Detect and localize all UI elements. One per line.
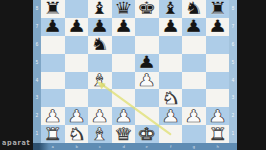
coord-label-5: 5: [35, 58, 39, 67]
coord-label-b: b: [71, 145, 82, 148]
square-g4: [182, 72, 206, 90]
video-frame[interactable]: 87654321 ♜♝♛♚♝♞♜♟♟♟♟♟♟♟♞♟♝♟♞♟♟♟♟♟♟♟♜♞♝♛♚…: [0, 0, 266, 150]
white-pawn-a2: ♟: [43, 107, 62, 124]
coord-label-f: f: [165, 145, 176, 148]
square-b5: [65, 54, 89, 72]
white-rook-h1: ♜: [208, 125, 227, 142]
white-pawn-b2: ♟: [67, 107, 86, 124]
square-g5: [182, 54, 206, 72]
coord-label-1: 1: [231, 130, 235, 139]
coord-label-c: c: [94, 145, 105, 148]
white-bishop-c1: ♝: [90, 125, 109, 142]
black-queen-d8: ♛: [114, 0, 133, 17]
coord-label-3: 3: [35, 94, 39, 103]
coord-label-7: 7: [35, 22, 39, 31]
white-bishop-c4: ♝: [90, 71, 109, 88]
black-bishop-c8: ♝: [90, 0, 109, 17]
square-a6: [41, 36, 65, 54]
coord-label-4: 4: [231, 76, 235, 85]
coord-label-2: 2: [231, 112, 235, 121]
square-e1: ♚: [135, 125, 159, 143]
black-pawn-f7: ♟: [161, 18, 180, 35]
square-d6: [112, 36, 136, 54]
square-f6: [159, 36, 183, 54]
coord-label-8: 8: [35, 4, 39, 13]
black-rook-h8: ♜: [208, 0, 227, 17]
square-c1: ♝: [88, 125, 112, 143]
square-f5: [159, 54, 183, 72]
square-b6: [65, 36, 89, 54]
square-h1: ♜: [206, 125, 230, 143]
board-grid: ♜♝♛♚♝♞♜♟♟♟♟♟♟♟♞♟♝♟♞♟♟♟♟♟♟♟♜♞♝♛♚♜: [41, 0, 229, 143]
square-a4: [41, 72, 65, 90]
square-e7: [135, 18, 159, 36]
coord-label-e: e: [141, 145, 152, 148]
square-b4: [65, 72, 89, 90]
coord-label-2: 2: [35, 112, 39, 121]
white-pawn-c2: ♟: [90, 107, 109, 124]
coord-label-g: g: [188, 145, 199, 148]
square-h7: ♟: [206, 18, 230, 36]
square-f7: ♟: [159, 18, 183, 36]
white-pawn-e4: ♟: [137, 71, 156, 88]
coord-label-1: 1: [35, 130, 39, 139]
coord-label-6: 6: [35, 40, 39, 49]
square-e8: ♚: [135, 0, 159, 18]
square-h4: [206, 72, 230, 90]
square-g7: ♟: [182, 18, 206, 36]
file-labels: abcdefgh: [33, 143, 237, 150]
coord-label-d: d: [118, 145, 129, 148]
coord-label-6: 6: [231, 40, 235, 49]
white-pawn-h2: ♟: [208, 107, 227, 124]
black-pawn-h7: ♟: [208, 18, 227, 35]
square-g6: [182, 36, 206, 54]
white-pawn-g2: ♟: [184, 107, 203, 124]
black-pawn-d7: ♟: [114, 18, 133, 35]
square-e3: [135, 89, 159, 107]
black-pawn-e5: ♟: [137, 54, 156, 71]
square-a5: [41, 54, 65, 72]
white-pawn-d2: ♟: [114, 107, 133, 124]
square-d4: [112, 72, 136, 90]
square-c4: ♝: [88, 72, 112, 90]
square-e4: ♟: [135, 72, 159, 90]
square-b7: ♟: [65, 18, 89, 36]
square-d7: ♟: [112, 18, 136, 36]
black-rook-a8: ♜: [43, 0, 62, 17]
square-a7: ♟: [41, 18, 65, 36]
square-b1: ♞: [65, 125, 89, 143]
black-bishop-f8: ♝: [161, 0, 180, 17]
coord-label-7: 7: [231, 22, 235, 31]
square-d1: ♛: [112, 125, 136, 143]
square-c6: ♞: [88, 36, 112, 54]
white-queen-d1: ♛: [114, 125, 133, 142]
black-pawn-a7: ♟: [43, 18, 62, 35]
square-h6: [206, 36, 230, 54]
square-h5: [206, 54, 230, 72]
coord-label-4: 4: [35, 76, 39, 85]
black-king-e8: ♚: [137, 0, 156, 17]
chess-board: 87654321 ♜♝♛♚♝♞♜♟♟♟♟♟♟♟♞♟♝♟♞♟♟♟♟♟♟♟♜♞♝♛♚…: [33, 0, 237, 150]
square-f1: [159, 125, 183, 143]
white-rook-a1: ♜: [43, 125, 62, 142]
square-d5: [112, 54, 136, 72]
black-knight-g8: ♞: [184, 0, 203, 17]
white-pawn-f2: ♟: [161, 107, 180, 124]
square-a1: ♜: [41, 125, 65, 143]
coord-label-3: 3: [231, 94, 235, 103]
white-knight-f3: ♞: [161, 89, 180, 106]
rank-labels-right: 87654321: [229, 0, 237, 143]
coord-label-h: h: [212, 145, 223, 148]
coord-label-8: 8: [231, 4, 235, 13]
white-knight-b1: ♞: [67, 125, 86, 142]
white-king-e1: ♚: [137, 125, 156, 142]
square-g1: [182, 125, 206, 143]
coord-label-a: a: [47, 145, 58, 148]
square-g2: ♟: [182, 107, 206, 125]
coord-label-5: 5: [231, 58, 235, 67]
square-f2: ♟: [159, 107, 183, 125]
rank-labels-left: 87654321: [33, 0, 41, 143]
black-pawn-c7: ♟: [90, 18, 109, 35]
watermark-text: aparat: [2, 139, 30, 146]
black-pawn-b7: ♟: [67, 18, 86, 35]
black-pawn-g7: ♟: [184, 18, 203, 35]
black-knight-c6: ♞: [90, 36, 109, 53]
